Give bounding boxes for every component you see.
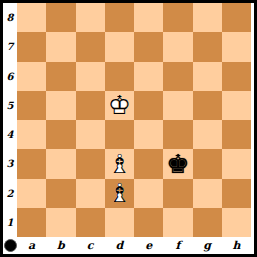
square-b5[interactable] <box>46 91 75 120</box>
square-b1[interactable] <box>46 208 75 237</box>
square-b6[interactable] <box>46 62 75 91</box>
square-d4[interactable] <box>105 120 134 149</box>
square-c5[interactable] <box>76 91 105 120</box>
square-b4[interactable] <box>46 120 75 149</box>
square-a4[interactable] <box>17 120 46 149</box>
rank-label-7: 7 <box>3 32 17 61</box>
square-d6[interactable] <box>105 62 134 91</box>
square-e4[interactable] <box>134 120 163 149</box>
square-e2[interactable] <box>134 179 163 208</box>
black-king[interactable]: ♚ <box>163 149 192 178</box>
square-d5[interactable]: ♚♔ <box>105 91 134 120</box>
file-label-h: h <box>222 237 251 254</box>
file-label-b: b <box>46 237 75 254</box>
square-f2[interactable] <box>163 179 192 208</box>
square-h2[interactable] <box>222 179 251 208</box>
square-a7[interactable] <box>17 32 46 61</box>
square-d7[interactable] <box>105 32 134 61</box>
square-e8[interactable] <box>134 3 163 32</box>
rank-label-4: 4 <box>3 120 17 149</box>
square-f4[interactable] <box>163 120 192 149</box>
square-g5[interactable] <box>193 91 222 120</box>
file-label-f: f <box>163 237 192 254</box>
square-c3[interactable] <box>76 149 105 178</box>
file-label-e: e <box>134 237 163 254</box>
square-g8[interactable] <box>193 3 222 32</box>
file-label-d: d <box>105 237 134 254</box>
square-g2[interactable] <box>193 179 222 208</box>
square-d2[interactable]: ♝♗ <box>105 179 134 208</box>
square-c6[interactable] <box>76 62 105 91</box>
white-king[interactable]: ♚♔ <box>105 91 134 120</box>
square-f3[interactable]: ♚ <box>163 149 192 178</box>
file-label-c: c <box>76 237 105 254</box>
square-e7[interactable] <box>134 32 163 61</box>
square-f7[interactable] <box>163 32 192 61</box>
square-h1[interactable] <box>222 208 251 237</box>
square-a2[interactable] <box>17 179 46 208</box>
rank-labels: 87654321 <box>3 3 17 237</box>
square-b8[interactable] <box>46 3 75 32</box>
square-h4[interactable] <box>222 120 251 149</box>
square-b3[interactable] <box>46 149 75 178</box>
square-h3[interactable] <box>222 149 251 178</box>
square-b2[interactable] <box>46 179 75 208</box>
white-king-icon: ♔ <box>105 91 134 120</box>
square-e3[interactable] <box>134 149 163 178</box>
rank-label-5: 5 <box>3 91 17 120</box>
square-a6[interactable] <box>17 62 46 91</box>
white-bishop[interactable]: ♝♗ <box>105 149 134 178</box>
black-to-move-indicator <box>4 239 17 252</box>
square-g6[interactable] <box>193 62 222 91</box>
chess-diagram: ♚♔♝♗♚♝♗ 87654321 abcdefgh <box>0 0 257 257</box>
file-labels: abcdefgh <box>17 237 251 254</box>
black-king-icon: ♚ <box>163 149 192 178</box>
square-e6[interactable] <box>134 62 163 91</box>
square-a5[interactable] <box>17 91 46 120</box>
square-c1[interactable] <box>76 208 105 237</box>
square-d8[interactable] <box>105 3 134 32</box>
square-d3[interactable]: ♝♗ <box>105 149 134 178</box>
square-h6[interactable] <box>222 62 251 91</box>
rank-label-1: 1 <box>3 208 17 237</box>
square-g4[interactable] <box>193 120 222 149</box>
square-a3[interactable] <box>17 149 46 178</box>
square-c7[interactable] <box>76 32 105 61</box>
square-f6[interactable] <box>163 62 192 91</box>
chess-board: ♚♔♝♗♚♝♗ <box>17 3 251 237</box>
square-h7[interactable] <box>222 32 251 61</box>
file-label-g: g <box>193 237 222 254</box>
square-f1[interactable] <box>163 208 192 237</box>
square-a8[interactable] <box>17 3 46 32</box>
square-b7[interactable] <box>46 32 75 61</box>
white-bishop-icon: ♗ <box>105 149 134 178</box>
file-label-a: a <box>17 237 46 254</box>
square-g3[interactable] <box>193 149 222 178</box>
rank-label-6: 6 <box>3 62 17 91</box>
rank-label-2: 2 <box>3 179 17 208</box>
white-bishop-icon: ♗ <box>105 179 134 208</box>
square-c2[interactable] <box>76 179 105 208</box>
rank-label-3: 3 <box>3 149 17 178</box>
square-g1[interactable] <box>193 208 222 237</box>
square-f8[interactable] <box>163 3 192 32</box>
square-d1[interactable] <box>105 208 134 237</box>
square-c8[interactable] <box>76 3 105 32</box>
square-e1[interactable] <box>134 208 163 237</box>
square-h8[interactable] <box>222 3 251 32</box>
square-c4[interactable] <box>76 120 105 149</box>
white-bishop[interactable]: ♝♗ <box>105 179 134 208</box>
square-a1[interactable] <box>17 208 46 237</box>
square-f5[interactable] <box>163 91 192 120</box>
square-e5[interactable] <box>134 91 163 120</box>
rank-label-8: 8 <box>3 3 17 32</box>
square-g7[interactable] <box>193 32 222 61</box>
square-h5[interactable] <box>222 91 251 120</box>
